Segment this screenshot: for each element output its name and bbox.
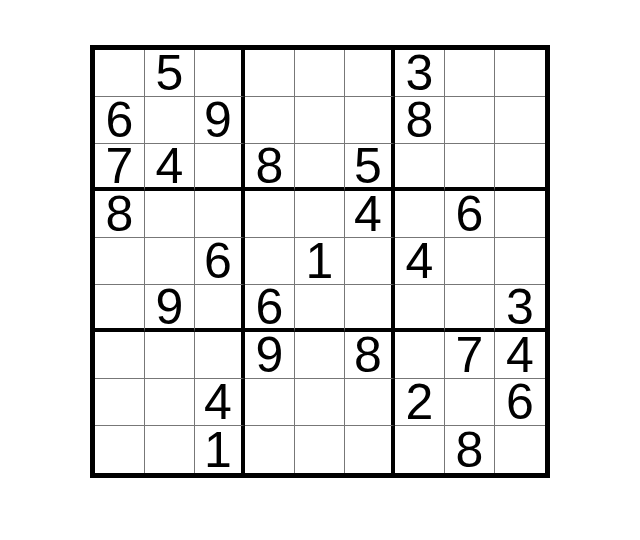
cell-r6c7-empty[interactable] (395, 285, 445, 332)
cell-r1c8-empty[interactable] (445, 50, 495, 97)
cell-r7c2-empty[interactable] (145, 332, 195, 379)
cell-r3c4-given-8[interactable]: 8 (245, 144, 295, 191)
cell-r5c1-empty[interactable] (95, 238, 145, 285)
cell-r9c3-given-1[interactable]: 1 (195, 426, 245, 473)
cell-r7c9-given-4[interactable]: 4 (495, 332, 545, 379)
cell-r3c3-empty[interactable] (195, 144, 245, 191)
cell-r8c5-empty[interactable] (295, 379, 345, 426)
cell-r9c1-empty[interactable] (95, 426, 145, 473)
cell-r7c7-empty[interactable] (395, 332, 445, 379)
cell-r2c2-empty[interactable] (145, 97, 195, 144)
cell-r2c6-empty[interactable] (345, 97, 395, 144)
cell-r8c8-empty[interactable] (445, 379, 495, 426)
cell-r4c8-given-6[interactable]: 6 (445, 191, 495, 238)
cell-r7c8-given-7[interactable]: 7 (445, 332, 495, 379)
cell-r2c3-given-9[interactable]: 9 (195, 97, 245, 144)
cell-r6c2-given-9[interactable]: 9 (145, 285, 195, 332)
cell-r5c8-empty[interactable] (445, 238, 495, 285)
sudoku-page: 536987485846614963987442618 (0, 0, 640, 540)
cell-r5c9-empty[interactable] (495, 238, 545, 285)
cell-r9c9-empty[interactable] (495, 426, 545, 473)
cell-r7c3-empty[interactable] (195, 332, 245, 379)
cell-r9c5-empty[interactable] (295, 426, 345, 473)
cell-r6c9-given-3[interactable]: 3 (495, 285, 545, 332)
cell-r2c5-empty[interactable] (295, 97, 345, 144)
cell-r1c7-given-3[interactable]: 3 (395, 50, 445, 97)
cell-r9c6-empty[interactable] (345, 426, 395, 473)
cell-r2c7-given-8[interactable]: 8 (395, 97, 445, 144)
cell-r8c7-given-2[interactable]: 2 (395, 379, 445, 426)
cell-r6c3-empty[interactable] (195, 285, 245, 332)
cell-r1c9-empty[interactable] (495, 50, 545, 97)
cell-r4c6-given-4[interactable]: 4 (345, 191, 395, 238)
cell-r8c4-empty[interactable] (245, 379, 295, 426)
cell-r5c4-empty[interactable] (245, 238, 295, 285)
cell-r5c5-given-1[interactable]: 1 (295, 238, 345, 285)
cell-r2c8-empty[interactable] (445, 97, 495, 144)
cell-r1c5-empty[interactable] (295, 50, 345, 97)
cell-r6c5-empty[interactable] (295, 285, 345, 332)
cell-r1c1-empty[interactable] (95, 50, 145, 97)
cell-r9c2-empty[interactable] (145, 426, 195, 473)
cell-r4c2-empty[interactable] (145, 191, 195, 238)
cell-r2c9-empty[interactable] (495, 97, 545, 144)
cell-r3c6-given-5[interactable]: 5 (345, 144, 395, 191)
cell-r8c3-given-4[interactable]: 4 (195, 379, 245, 426)
cell-r1c6-empty[interactable] (345, 50, 395, 97)
cell-r5c3-given-6[interactable]: 6 (195, 238, 245, 285)
cell-r8c2-empty[interactable] (145, 379, 195, 426)
cell-r3c1-given-7[interactable]: 7 (95, 144, 145, 191)
cell-r1c4-empty[interactable] (245, 50, 295, 97)
cell-r5c7-given-4[interactable]: 4 (395, 238, 445, 285)
cell-r7c6-given-8[interactable]: 8 (345, 332, 395, 379)
sudoku-board: 536987485846614963987442618 (90, 45, 550, 478)
cell-r5c2-empty[interactable] (145, 238, 195, 285)
cell-r3c2-given-4[interactable]: 4 (145, 144, 195, 191)
cell-r4c7-empty[interactable] (395, 191, 445, 238)
cell-r3c9-empty[interactable] (495, 144, 545, 191)
cell-r4c3-empty[interactable] (195, 191, 245, 238)
cell-r4c4-empty[interactable] (245, 191, 295, 238)
cell-r6c1-empty[interactable] (95, 285, 145, 332)
cell-r6c4-given-6[interactable]: 6 (245, 285, 295, 332)
cell-r6c8-empty[interactable] (445, 285, 495, 332)
cell-r3c5-empty[interactable] (295, 144, 345, 191)
cell-r4c9-empty[interactable] (495, 191, 545, 238)
cell-r9c7-empty[interactable] (395, 426, 445, 473)
cell-r7c5-empty[interactable] (295, 332, 345, 379)
cell-r2c4-empty[interactable] (245, 97, 295, 144)
cell-r9c4-empty[interactable] (245, 426, 295, 473)
cell-r7c1-empty[interactable] (95, 332, 145, 379)
cell-r9c8-given-8[interactable]: 8 (445, 426, 495, 473)
cell-r7c4-given-9[interactable]: 9 (245, 332, 295, 379)
cell-r8c1-empty[interactable] (95, 379, 145, 426)
cell-r5c6-empty[interactable] (345, 238, 395, 285)
cell-r8c9-given-6[interactable]: 6 (495, 379, 545, 426)
cell-r6c6-empty[interactable] (345, 285, 395, 332)
cell-r2c1-given-6[interactable]: 6 (95, 97, 145, 144)
cell-r3c8-empty[interactable] (445, 144, 495, 191)
cell-r1c3-empty[interactable] (195, 50, 245, 97)
cell-r4c1-given-8[interactable]: 8 (95, 191, 145, 238)
cell-r1c2-given-5[interactable]: 5 (145, 50, 195, 97)
cell-r4c5-empty[interactable] (295, 191, 345, 238)
cell-r8c6-empty[interactable] (345, 379, 395, 426)
cell-r3c7-empty[interactable] (395, 144, 445, 191)
